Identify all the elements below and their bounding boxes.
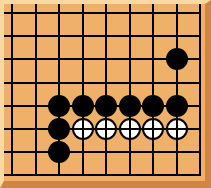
go-board (0, 0, 211, 188)
grid-line-horizontal (4, 12, 201, 14)
grid-line-horizontal (4, 35, 201, 37)
grid-line-horizontal (4, 128, 201, 130)
grid-line-horizontal (4, 58, 201, 60)
grid-line-horizontal (4, 151, 201, 153)
grid-line-horizontal (4, 82, 201, 84)
go-board-face[interactable] (4, 4, 205, 181)
go-diagram-screenshot (0, 0, 211, 188)
grid-line-horizontal (4, 174, 201, 176)
grid-line-horizontal (4, 105, 201, 107)
